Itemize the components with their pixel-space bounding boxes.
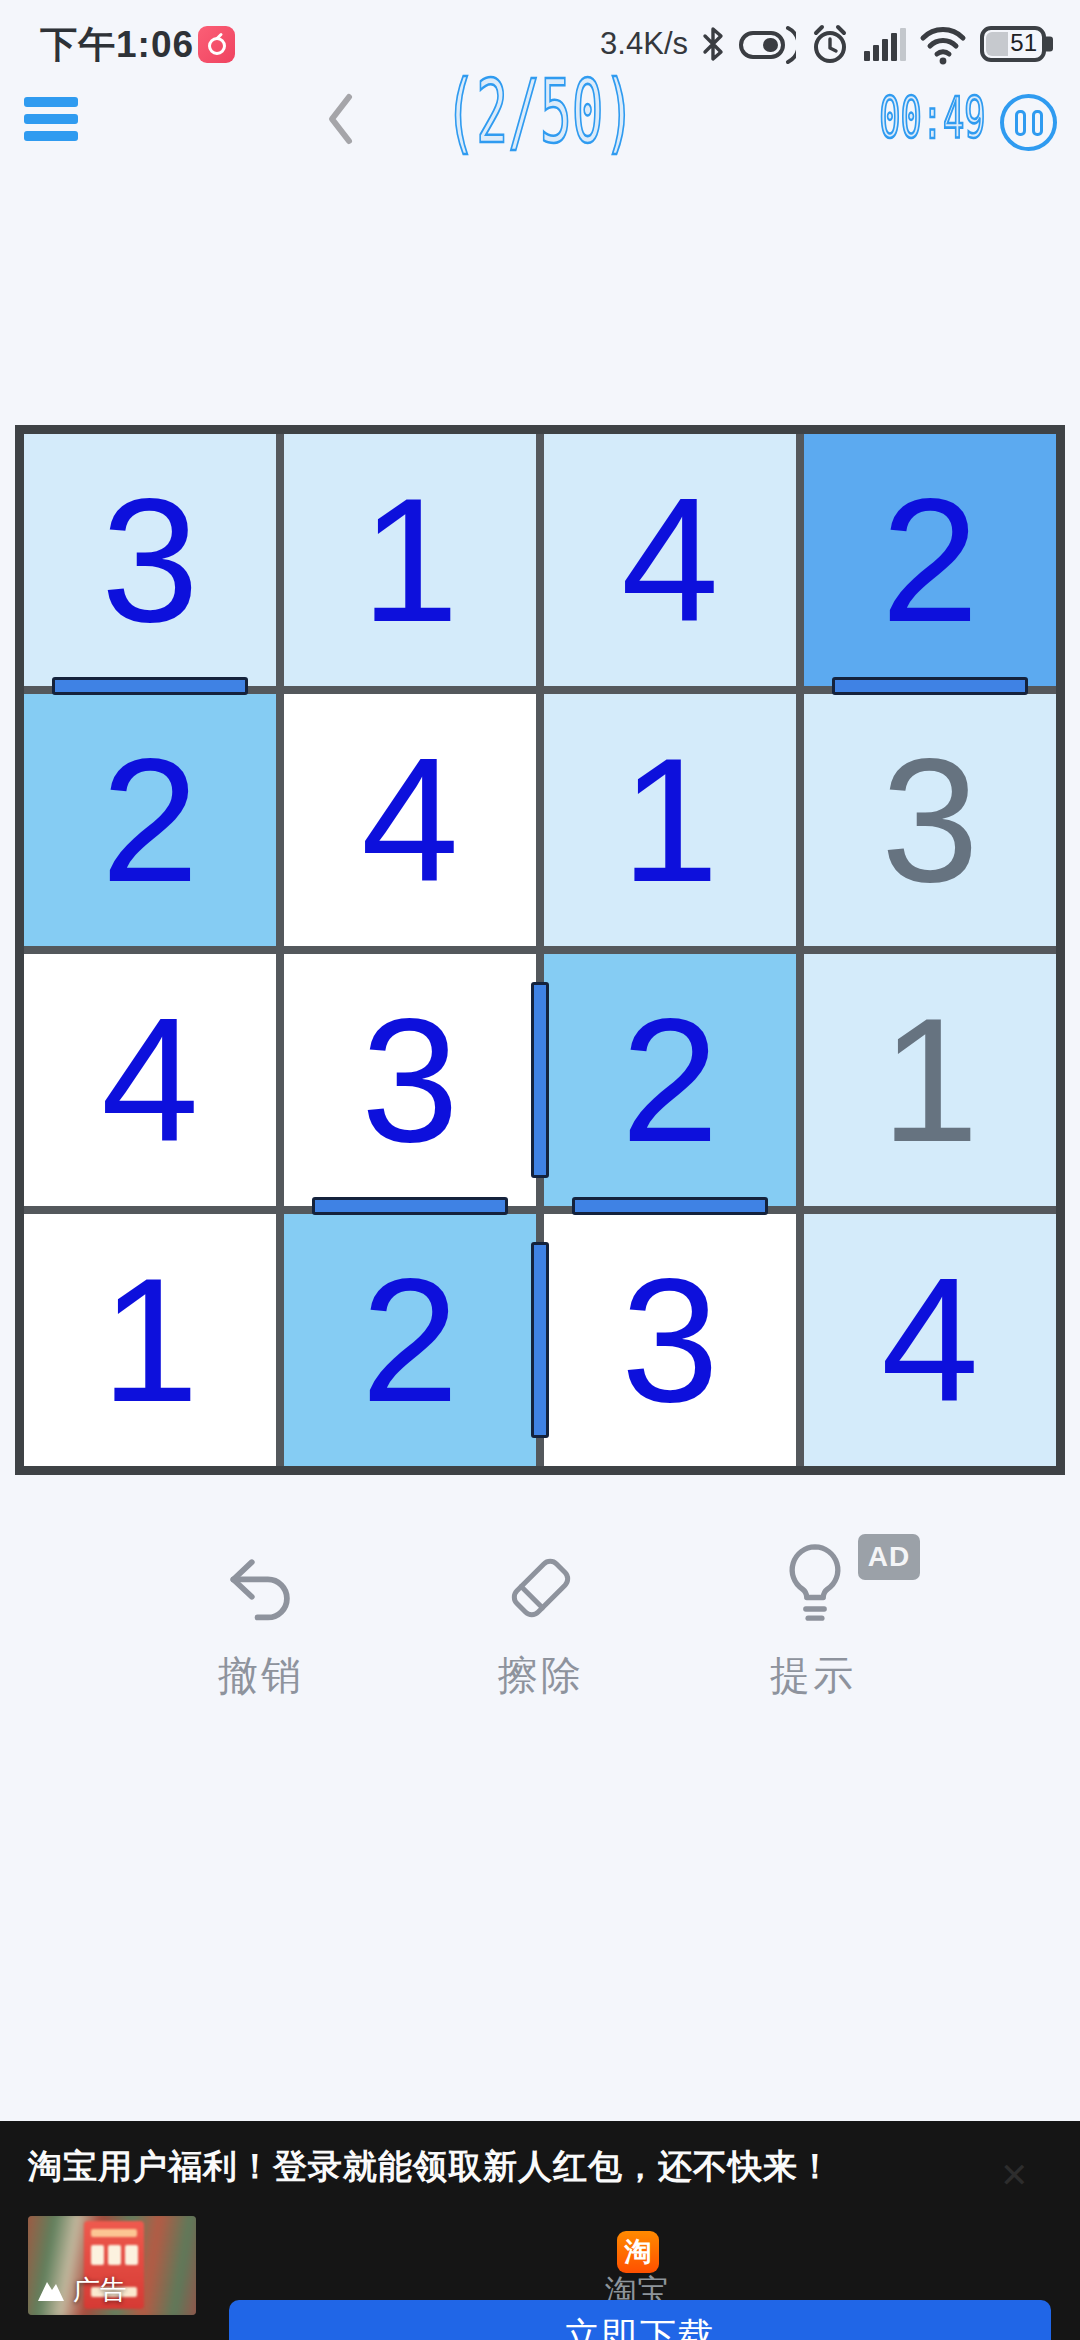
erase-button[interactable] xyxy=(499,1546,583,1630)
alarm-icon xyxy=(808,22,852,66)
hint-label[interactable]: 提示 xyxy=(703,1648,923,1703)
cell-digit: 1 xyxy=(361,472,459,648)
game-timer: 00:49 xyxy=(814,90,986,147)
cell-digit: 2 xyxy=(621,992,719,1168)
cell-r1c0[interactable]: 2 xyxy=(24,694,276,946)
cell-digit: 3 xyxy=(361,992,459,1168)
cell-r2c2[interactable]: 2 xyxy=(544,954,796,1206)
cell-digit: 3 xyxy=(101,472,199,648)
battery-percent: 51 xyxy=(1010,29,1037,57)
battery-nub xyxy=(1046,37,1053,52)
cell-r1c1[interactable]: 4 xyxy=(284,694,536,946)
cell-digit: 1 xyxy=(881,992,979,1168)
ad-headline: 淘宝用户福利！登录就能领取新人红包，还不快来！ xyxy=(28,2144,833,2190)
cell-digit: 1 xyxy=(621,732,719,908)
battery-fill xyxy=(986,32,1008,56)
cell-r1c3[interactable]: 3 xyxy=(804,694,1056,946)
undo-label[interactable]: 撤销 xyxy=(151,1648,371,1703)
cell-r3c3[interactable]: 4 xyxy=(804,1214,1056,1466)
ad-network-logo-icon xyxy=(36,2277,66,2303)
cell-digit: 4 xyxy=(101,992,199,1168)
net-speed: 3.4K/s xyxy=(600,26,688,62)
pause-icon xyxy=(1032,110,1043,136)
hint-ad-badge: AD xyxy=(858,1534,920,1580)
status-time: 下午1:06 xyxy=(40,20,194,70)
cell-digit: 4 xyxy=(361,732,459,908)
cell-r3c2[interactable]: 3 xyxy=(544,1214,796,1466)
cell-digit: 4 xyxy=(621,472,719,648)
undo-button[interactable] xyxy=(219,1553,303,1629)
wifi-icon xyxy=(918,23,968,65)
screen: 下午1:06 3.4K/s xyxy=(0,0,1080,2340)
signal-icon xyxy=(864,27,906,61)
board: 3142241343211234 xyxy=(15,425,1065,1475)
cell-r0c2[interactable]: 4 xyxy=(544,434,796,686)
cell-r2c0[interactable]: 4 xyxy=(24,954,276,1206)
cell-digit: 3 xyxy=(881,732,979,908)
hint-button[interactable] xyxy=(773,1540,857,1632)
cell-r2c3[interactable]: 1 xyxy=(804,954,1056,1206)
music-note-icon xyxy=(204,32,230,58)
music-app-icon xyxy=(198,26,235,63)
taobao-app-icon: 淘 xyxy=(617,2231,659,2273)
ad-thumbnail: 广告 xyxy=(28,2216,196,2315)
cell-digit: 2 xyxy=(881,472,979,648)
ad-banner[interactable]: 淘宝用户福利！登录就能领取新人红包，还不快来！ ✕ 广告 淘 淘宝 立即下载 xyxy=(0,2121,1080,2340)
pause-button[interactable] xyxy=(1000,94,1057,151)
cell-digit: 2 xyxy=(101,732,199,908)
bluetooth-icon xyxy=(700,24,726,64)
erase-label[interactable]: 擦除 xyxy=(431,1648,651,1703)
download-button[interactable]: 立即下载 xyxy=(229,2300,1051,2340)
pause-icon xyxy=(1015,110,1026,136)
cell-r3c0[interactable]: 1 xyxy=(24,1214,276,1466)
cell-digit: 3 xyxy=(621,1252,719,1428)
cell-r0c1[interactable]: 1 xyxy=(284,434,536,686)
cell-r3c1[interactable]: 2 xyxy=(284,1214,536,1466)
cell-digit: 1 xyxy=(101,1252,199,1428)
cell-r0c3[interactable]: 2 xyxy=(804,434,1056,686)
ad-label: 广告 xyxy=(36,2272,127,2308)
close-icon[interactable]: ✕ xyxy=(1000,2155,1029,2195)
board-grid: 3142241343211234 xyxy=(24,434,1056,1466)
cell-r1c2[interactable]: 1 xyxy=(544,694,796,946)
status-icons: 3.4K/s 51 xyxy=(600,22,1046,66)
cell-r2c1[interactable]: 3 xyxy=(284,954,536,1206)
cell-digit: 4 xyxy=(881,1252,979,1428)
battery-icon: 51 xyxy=(980,26,1046,62)
cell-digit: 2 xyxy=(361,1252,459,1428)
cell-r0c0[interactable]: 3 xyxy=(24,434,276,686)
mute-toggle-icon xyxy=(738,23,796,65)
